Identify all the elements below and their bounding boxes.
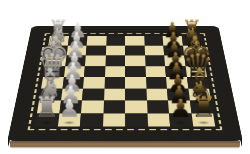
square-e4 <box>105 66 126 77</box>
square-g3 <box>86 46 106 56</box>
chess-set-photo: ♜♟♟♜♞♟♟♞♝♟♟♝♚♟♟♚♛♟♟♛♝♟♟♝♞♟♟♞♜♟♟♜ <box>0 0 250 154</box>
white-rook: ♜ <box>34 93 59 121</box>
square-h6 <box>144 36 164 46</box>
scene: ♜♟♟♜♞♟♟♞♝♟♟♝♚♟♟♚♛♟♟♛♝♟♟♝♞♟♟♞♜♟♟♜ <box>0 0 250 154</box>
square-a8: ♜ <box>191 113 215 126</box>
square-f5 <box>125 56 145 66</box>
square-c5 <box>125 88 146 100</box>
square-a5 <box>125 113 148 126</box>
square-e3 <box>84 66 105 77</box>
square-c3 <box>82 88 104 100</box>
chess-board: ♜♟♟♜♞♟♟♞♝♟♟♝♚♟♟♚♛♟♟♛♝♟♟♝♞♟♟♞♜♟♟♜ <box>7 26 242 141</box>
board-squares: ♜♟♟♜♞♟♟♞♝♟♟♝♚♟♟♚♛♟♟♛♝♟♟♝♞♟♟♞♜♟♟♜ <box>35 36 216 126</box>
square-h5 <box>125 36 144 46</box>
black-rook: ♜ <box>190 93 215 121</box>
square-a6 <box>147 113 170 126</box>
square-a3 <box>80 113 103 126</box>
square-e6 <box>145 66 166 77</box>
square-d3 <box>83 77 104 88</box>
square-a2: ♟ <box>57 113 81 126</box>
black-pawn: ♟ <box>170 96 192 121</box>
square-g4 <box>105 46 125 56</box>
board-front-edge <box>10 141 241 148</box>
square-f4 <box>105 56 125 66</box>
square-d5 <box>125 77 146 88</box>
square-a4 <box>102 113 125 126</box>
square-d4 <box>104 77 125 88</box>
square-e5 <box>125 66 146 77</box>
square-f6 <box>145 56 165 66</box>
white-pawn: ♟ <box>58 96 80 121</box>
square-g5 <box>125 46 145 56</box>
square-f3 <box>85 56 105 66</box>
square-h3 <box>87 36 107 46</box>
square-a7: ♟ <box>169 113 193 126</box>
square-c6 <box>146 88 168 100</box>
square-a1: ♜ <box>35 113 59 126</box>
square-c4 <box>104 88 125 100</box>
square-h4 <box>106 36 125 46</box>
square-g6 <box>144 46 164 56</box>
square-d6 <box>146 77 167 88</box>
